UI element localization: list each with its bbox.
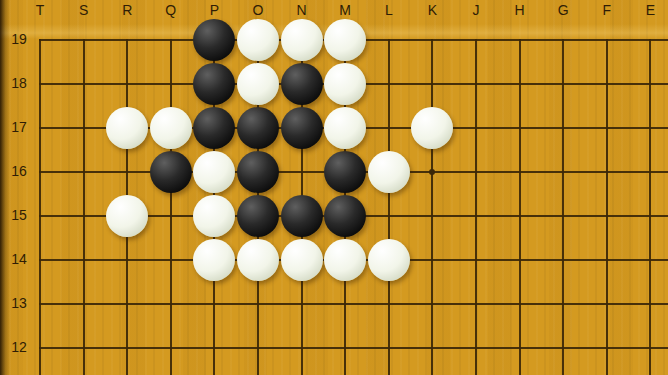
row-label-14: 14 bbox=[5, 251, 33, 267]
grid-line-v-J bbox=[475, 39, 477, 375]
column-label-G: G bbox=[548, 2, 578, 18]
grid-line-v-T bbox=[39, 39, 41, 375]
board-left-edge-shadow bbox=[0, 0, 10, 375]
go-board[interactable]: TSRQPONMLKJHGFE1918171615141312 bbox=[0, 0, 668, 375]
black-stone-M16[interactable] bbox=[324, 151, 366, 193]
white-stone-P15[interactable] bbox=[193, 195, 235, 237]
white-stone-M18[interactable] bbox=[324, 63, 366, 105]
white-stone-N14[interactable] bbox=[281, 239, 323, 281]
column-label-N: N bbox=[287, 2, 317, 18]
white-stone-R17[interactable] bbox=[106, 107, 148, 149]
white-stone-N19[interactable] bbox=[281, 19, 323, 61]
white-stone-L16[interactable] bbox=[368, 151, 410, 193]
hoshi-point-K16 bbox=[429, 169, 435, 175]
row-label-12: 12 bbox=[5, 339, 33, 355]
black-stone-P18[interactable] bbox=[193, 63, 235, 105]
grid-line-v-Q bbox=[170, 39, 172, 375]
grid-line-v-F bbox=[606, 39, 608, 375]
grid-line-v-E bbox=[649, 39, 651, 375]
white-stone-O18[interactable] bbox=[237, 63, 279, 105]
row-label-13: 13 bbox=[5, 295, 33, 311]
column-label-E: E bbox=[635, 2, 665, 18]
black-stone-O17[interactable] bbox=[237, 107, 279, 149]
column-label-H: H bbox=[505, 2, 535, 18]
grid-line-v-S bbox=[83, 39, 85, 375]
black-stone-N18[interactable] bbox=[281, 63, 323, 105]
column-label-M: M bbox=[330, 2, 360, 18]
row-label-15: 15 bbox=[5, 207, 33, 223]
column-label-J: J bbox=[461, 2, 491, 18]
white-stone-M17[interactable] bbox=[324, 107, 366, 149]
column-label-P: P bbox=[199, 2, 229, 18]
column-label-L: L bbox=[374, 2, 404, 18]
column-label-O: O bbox=[243, 2, 273, 18]
white-stone-P16[interactable] bbox=[193, 151, 235, 193]
white-stone-M19[interactable] bbox=[324, 19, 366, 61]
column-label-T: T bbox=[25, 2, 55, 18]
grid-line-v-G bbox=[562, 39, 564, 375]
column-label-R: R bbox=[112, 2, 142, 18]
black-stone-N15[interactable] bbox=[281, 195, 323, 237]
grid-line-h-12 bbox=[39, 347, 668, 349]
white-stone-R15[interactable] bbox=[106, 195, 148, 237]
row-label-17: 17 bbox=[5, 119, 33, 135]
white-stone-O14[interactable] bbox=[237, 239, 279, 281]
column-label-K: K bbox=[417, 2, 447, 18]
white-stone-Q17[interactable] bbox=[150, 107, 192, 149]
black-stone-P17[interactable] bbox=[193, 107, 235, 149]
grid-line-v-L bbox=[388, 39, 390, 375]
black-stone-Q16[interactable] bbox=[150, 151, 192, 193]
white-stone-O19[interactable] bbox=[237, 19, 279, 61]
column-label-Q: Q bbox=[156, 2, 186, 18]
black-stone-N17[interactable] bbox=[281, 107, 323, 149]
grid-line-h-13 bbox=[39, 303, 668, 305]
grid-line-v-K bbox=[431, 39, 433, 375]
white-stone-K17[interactable] bbox=[411, 107, 453, 149]
black-stone-O15[interactable] bbox=[237, 195, 279, 237]
column-label-S: S bbox=[69, 2, 99, 18]
row-label-19: 19 bbox=[5, 31, 33, 47]
row-label-18: 18 bbox=[5, 75, 33, 91]
white-stone-P14[interactable] bbox=[193, 239, 235, 281]
row-label-16: 16 bbox=[5, 163, 33, 179]
black-stone-O16[interactable] bbox=[237, 151, 279, 193]
black-stone-M15[interactable] bbox=[324, 195, 366, 237]
column-label-F: F bbox=[592, 2, 622, 18]
white-stone-L14[interactable] bbox=[368, 239, 410, 281]
grid-line-v-H bbox=[519, 39, 521, 375]
white-stone-M14[interactable] bbox=[324, 239, 366, 281]
black-stone-P19[interactable] bbox=[193, 19, 235, 61]
